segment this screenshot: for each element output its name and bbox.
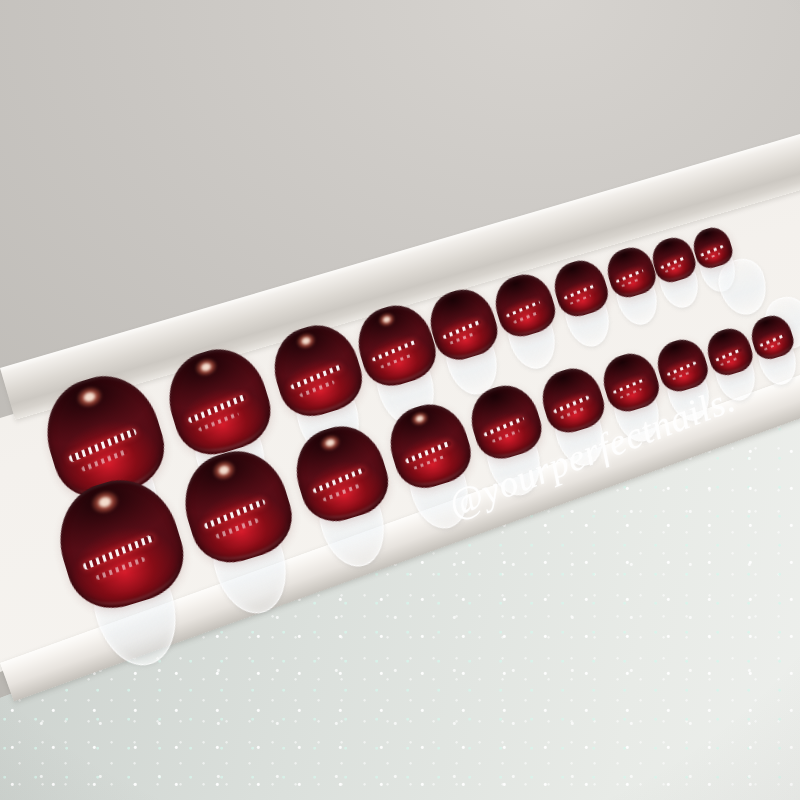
specular-highlight-dots: [560, 407, 585, 419]
specular-highlight-dots: [95, 557, 145, 581]
specular-highlight-dots: [619, 388, 642, 399]
specular-highlight-dots: [553, 396, 589, 414]
specular-highlight-dots: [216, 518, 259, 539]
specular-highlight-dots: [664, 264, 681, 273]
specular-highlight-dots: [660, 256, 685, 269]
nail-layer: [0, 0, 800, 800]
specular-highlight-dots: [621, 277, 641, 286]
specular-highlight-dots: [700, 244, 723, 256]
specular-highlight-dots: [198, 412, 239, 432]
specular-highlight-dots: [81, 449, 129, 472]
specular-highlight-dots: [381, 354, 412, 369]
specular-highlight-dots: [512, 312, 536, 324]
specular-highlight-dots: [82, 534, 154, 570]
specular-highlight-dots: [404, 439, 451, 462]
specular-highlight-dots: [313, 467, 367, 494]
specular-highlight-dots: [372, 340, 417, 363]
specular-highlight-dots: [491, 429, 519, 443]
specular-highlight-dots: [204, 499, 266, 530]
specular-highlight-dots: [442, 319, 481, 339]
specular-highlight-dots: [720, 356, 738, 365]
photo-press-on-nails: @yourperfectnails.: [0, 0, 800, 800]
specular-highlight-dots: [483, 416, 524, 436]
specular-highlight-dots: [704, 251, 720, 259]
specular-highlight-dots: [290, 364, 341, 390]
specular-highlight-dots: [672, 371, 692, 381]
specular-highlight-dots: [68, 428, 137, 462]
specular-highlight-dots: [666, 362, 695, 377]
specular-highlight-dots: [759, 334, 784, 347]
specular-highlight-dots: [616, 269, 644, 283]
specular-highlight-dots: [450, 332, 477, 345]
specular-highlight-dots: [300, 380, 336, 397]
specular-highlight-dots: [506, 301, 541, 318]
specular-highlight-dots: [323, 483, 360, 501]
specular-highlight-dots: [569, 294, 591, 305]
specular-highlight-dots: [764, 342, 781, 350]
specular-highlight-dots: [187, 394, 246, 424]
specular-highlight-dots: [715, 348, 742, 362]
specular-highlight-dots: [613, 378, 645, 394]
specular-highlight-dots: [413, 454, 446, 470]
specular-highlight-dots: [563, 284, 594, 300]
